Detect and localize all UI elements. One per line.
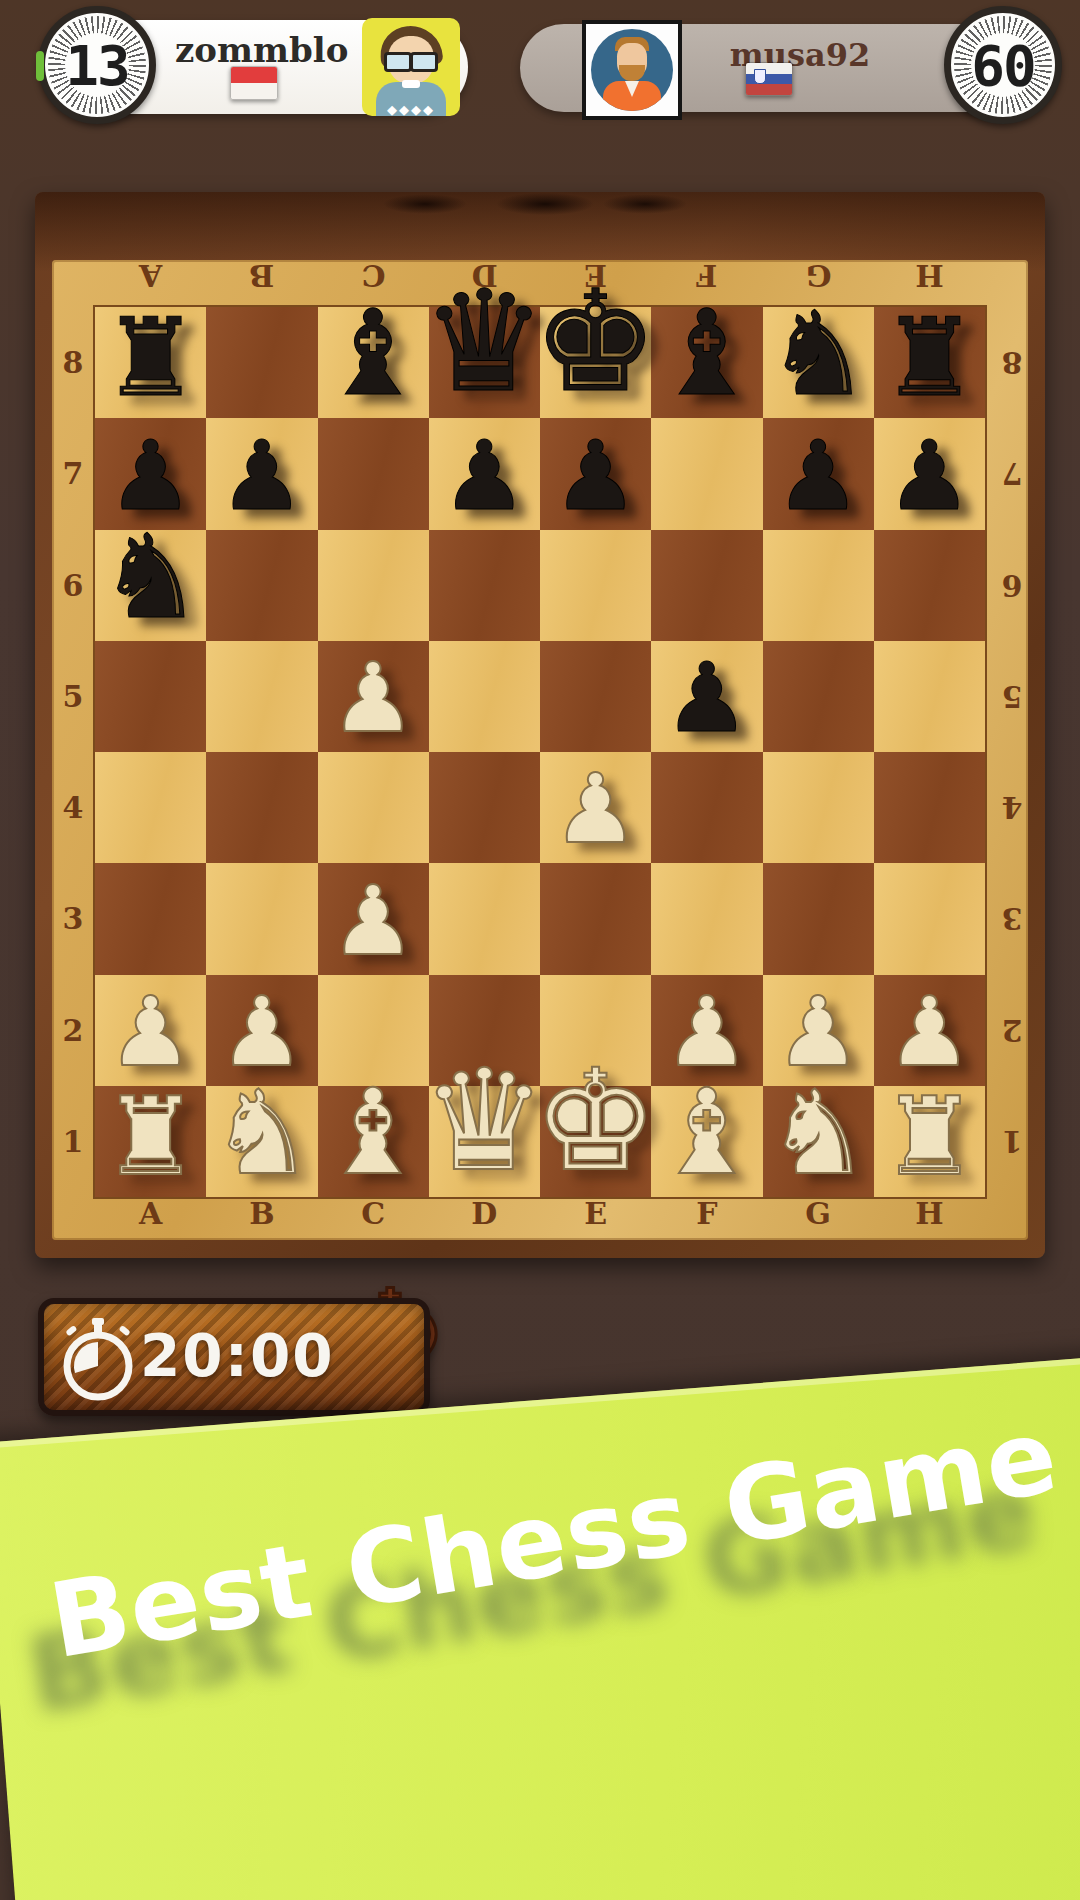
square-c4[interactable] xyxy=(318,752,429,863)
right-clock-value: 60 xyxy=(951,13,1055,117)
rank-label-left-5: 5 xyxy=(53,641,93,752)
square-f6[interactable] xyxy=(651,530,762,641)
white-pawn-e4[interactable]: ♟ xyxy=(526,761,666,857)
square-a3[interactable] xyxy=(95,863,206,974)
slovenia-flag-icon xyxy=(745,62,793,96)
black-pawn-f5[interactable]: ♟ xyxy=(637,650,777,746)
square-g6[interactable] xyxy=(763,530,874,641)
file-label-bottom-b: B xyxy=(206,1196,317,1231)
square-b6[interactable] xyxy=(206,530,317,641)
avatar-collar xyxy=(402,80,420,88)
right-player-clock: 60 xyxy=(944,6,1062,124)
piece-shadow-band xyxy=(215,192,855,218)
square-a5[interactable] xyxy=(95,641,206,752)
square-b4[interactable] xyxy=(206,752,317,863)
square-g3[interactable] xyxy=(763,863,874,974)
right-player-name: musa92 xyxy=(700,36,900,74)
rank-label-right-5: 5 xyxy=(992,641,1032,752)
file-label-bottom-h: H xyxy=(874,1196,985,1231)
game-timer-value: 20:00 xyxy=(140,1322,360,1390)
square-c6[interactable] xyxy=(318,530,429,641)
square-g5[interactable] xyxy=(763,641,874,752)
square-g4[interactable] xyxy=(763,752,874,863)
black-pawn-h7[interactable]: ♟ xyxy=(859,428,999,524)
square-h6[interactable] xyxy=(874,530,985,641)
square-f4[interactable] xyxy=(651,752,762,863)
square-h5[interactable] xyxy=(874,641,985,752)
file-label-top-b: B xyxy=(206,258,317,293)
right-player-avatar[interactable] xyxy=(582,20,682,120)
white-rook-h1[interactable]: ♜ xyxy=(859,1083,999,1191)
square-h4[interactable] xyxy=(874,752,985,863)
rank-label-right-3: 3 xyxy=(992,863,1032,974)
square-e5[interactable] xyxy=(540,641,651,752)
file-label-top-h: H xyxy=(874,258,985,293)
square-f3[interactable] xyxy=(651,863,762,974)
rank-label-right-6: 6 xyxy=(992,530,1032,641)
rank-label-left-3: 3 xyxy=(53,863,93,974)
avatar-circle xyxy=(591,29,673,111)
stopwatch-icon xyxy=(56,1316,140,1404)
square-b5[interactable] xyxy=(206,641,317,752)
black-knight-a6[interactable]: ♞ xyxy=(81,519,221,635)
file-label-bottom-c: C xyxy=(318,1196,429,1231)
avatar-glasses-icon xyxy=(384,52,438,66)
square-d4[interactable] xyxy=(429,752,540,863)
square-a4[interactable] xyxy=(95,752,206,863)
indonesia-flag-icon xyxy=(230,66,278,100)
black-rook-a8[interactable]: ♜ xyxy=(81,304,221,412)
left-clock-value: 13 xyxy=(45,13,149,117)
rank-label-right-4: 4 xyxy=(992,752,1032,863)
black-pawn-b7[interactable]: ♟ xyxy=(192,428,332,524)
square-d5[interactable] xyxy=(429,641,540,752)
file-label-bottom-a: A xyxy=(95,1196,206,1231)
left-player-clock: 13 xyxy=(38,6,156,124)
white-pawn-c5[interactable]: ♟ xyxy=(303,650,443,746)
square-f7[interactable] xyxy=(651,418,762,529)
file-label-top-a: A xyxy=(95,258,206,293)
square-b3[interactable] xyxy=(206,863,317,974)
square-d3[interactable] xyxy=(429,863,540,974)
slovenia-crest xyxy=(754,69,766,84)
square-e6[interactable] xyxy=(540,530,651,641)
black-pawn-e7[interactable]: ♟ xyxy=(526,428,666,524)
avatar-diamond-pattern: ◆◆◆◆ xyxy=(362,102,460,116)
square-c7[interactable] xyxy=(318,418,429,529)
left-player-name: zommblo xyxy=(175,30,335,70)
avatar-beard xyxy=(619,65,645,81)
file-label-bottom-f: F xyxy=(651,1196,762,1231)
square-e3[interactable] xyxy=(540,863,651,974)
square-b8[interactable] xyxy=(206,307,317,418)
left-player-avatar[interactable]: ◆◆◆◆ xyxy=(362,18,460,116)
square-h3[interactable] xyxy=(874,863,985,974)
file-label-bottom-g: G xyxy=(763,1196,874,1231)
black-rook-h8[interactable]: ♜ xyxy=(859,304,999,412)
square-d6[interactable] xyxy=(429,530,540,641)
white-pawn-c3[interactable]: ♟ xyxy=(303,873,443,969)
white-pawn-h2[interactable]: ♟ xyxy=(859,984,999,1080)
rank-label-left-4: 4 xyxy=(53,752,93,863)
